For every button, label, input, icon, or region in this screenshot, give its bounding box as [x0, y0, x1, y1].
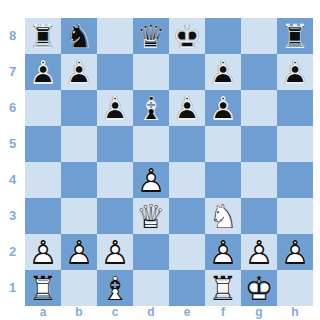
square-d7[interactable]	[133, 54, 169, 90]
file-label-b: b	[61, 306, 97, 320]
file-label-g: g	[241, 306, 277, 320]
square-e6[interactable]: ♟♙	[169, 90, 205, 126]
piece-black-pawn[interactable]: ♟	[277, 54, 313, 90]
file-label-d: d	[133, 306, 169, 320]
square-e3[interactable]	[169, 198, 205, 234]
square-g7[interactable]	[241, 54, 277, 90]
piece-black-pawn[interactable]: ♟	[25, 54, 61, 90]
square-b5[interactable]	[61, 126, 97, 162]
file-label-h: h	[277, 306, 313, 320]
square-b7[interactable]: ♟♙	[61, 54, 97, 90]
chess-board[interactable]: ♜♖♞♘♛♕♚♔♜♖♟♙♟♙♟♙♟♙♟♙♝♗♟♙♟♙♟♙♛♕♞♘♟♙♟♙♟♙♟♙…	[25, 18, 313, 306]
piece-black-pawn[interactable]: ♟	[205, 90, 241, 126]
square-h8[interactable]: ♜♖	[277, 18, 313, 54]
piece-white-pawn[interactable]: ♟	[133, 162, 169, 198]
piece-white-pawn[interactable]: ♟	[277, 234, 313, 270]
piece-black-pawn[interactable]: ♟	[169, 90, 205, 126]
piece-black-bishop[interactable]: ♝	[133, 90, 169, 126]
square-a1[interactable]: ♜♖	[25, 270, 61, 306]
square-f7[interactable]: ♟♙	[205, 54, 241, 90]
rank-label-8: 8	[0, 18, 25, 54]
rank-label-7: 7	[0, 54, 25, 90]
piece-white-king[interactable]: ♚	[241, 270, 277, 306]
square-d1[interactable]	[133, 270, 169, 306]
square-e8[interactable]: ♚♔	[169, 18, 205, 54]
square-g8[interactable]	[241, 18, 277, 54]
rank-label-5: 5	[0, 126, 25, 162]
square-b4[interactable]	[61, 162, 97, 198]
square-c2[interactable]: ♟♙	[97, 234, 133, 270]
piece-white-pawn[interactable]: ♟	[61, 234, 97, 270]
piece-black-pawn[interactable]: ♟	[205, 54, 241, 90]
rank-label-1: 1	[0, 270, 25, 306]
square-d6[interactable]: ♝♗	[133, 90, 169, 126]
square-b6[interactable]	[61, 90, 97, 126]
square-a8[interactable]: ♜♖	[25, 18, 61, 54]
square-e2[interactable]	[169, 234, 205, 270]
rank-labels: 87654321	[0, 18, 25, 306]
piece-black-queen[interactable]: ♛	[133, 18, 169, 54]
square-e4[interactable]	[169, 162, 205, 198]
square-e1[interactable]	[169, 270, 205, 306]
square-f5[interactable]	[205, 126, 241, 162]
square-c5[interactable]	[97, 126, 133, 162]
square-g6[interactable]	[241, 90, 277, 126]
square-a2[interactable]: ♟♙	[25, 234, 61, 270]
square-a4[interactable]	[25, 162, 61, 198]
rank-label-3: 3	[0, 198, 25, 234]
square-a3[interactable]	[25, 198, 61, 234]
piece-white-rook[interactable]: ♜	[25, 270, 61, 306]
square-g3[interactable]	[241, 198, 277, 234]
square-b3[interactable]	[61, 198, 97, 234]
square-g5[interactable]	[241, 126, 277, 162]
file-label-e: e	[169, 306, 205, 320]
square-c7[interactable]	[97, 54, 133, 90]
square-c3[interactable]	[97, 198, 133, 234]
square-d4[interactable]: ♟♙	[133, 162, 169, 198]
square-c6[interactable]: ♟♙	[97, 90, 133, 126]
square-h7[interactable]: ♟♙	[277, 54, 313, 90]
piece-black-pawn[interactable]: ♟	[61, 54, 97, 90]
square-f8[interactable]	[205, 18, 241, 54]
square-d8[interactable]: ♛♕	[133, 18, 169, 54]
square-c1[interactable]: ♝♗	[97, 270, 133, 306]
square-c8[interactable]	[97, 18, 133, 54]
file-label-c: c	[97, 306, 133, 320]
square-g2[interactable]: ♟♙	[241, 234, 277, 270]
piece-white-queen[interactable]: ♛	[133, 198, 169, 234]
square-b8[interactable]: ♞♘	[61, 18, 97, 54]
piece-black-pawn[interactable]: ♟	[97, 90, 133, 126]
square-a7[interactable]: ♟♙	[25, 54, 61, 90]
square-f4[interactable]	[205, 162, 241, 198]
square-b1[interactable]	[61, 270, 97, 306]
piece-white-pawn[interactable]: ♟	[205, 234, 241, 270]
rank-label-4: 4	[0, 162, 25, 198]
square-d5[interactable]	[133, 126, 169, 162]
square-h2[interactable]: ♟♙	[277, 234, 313, 270]
piece-black-rook[interactable]: ♜	[277, 18, 313, 54]
square-f6[interactable]: ♟♙	[205, 90, 241, 126]
chess-board-widget: 87654321 ♜♖♞♘♛♕♚♔♜♖♟♙♟♙♟♙♟♙♟♙♝♗♟♙♟♙♟♙♛♕♞…	[0, 0, 320, 320]
square-d2[interactable]	[133, 234, 169, 270]
rank-label-2: 2	[0, 234, 25, 270]
square-d3[interactable]: ♛♕	[133, 198, 169, 234]
square-g1[interactable]: ♚♔	[241, 270, 277, 306]
piece-white-rook[interactable]: ♜	[205, 270, 241, 306]
piece-white-pawn[interactable]: ♟	[97, 234, 133, 270]
piece-black-knight[interactable]: ♞	[61, 18, 97, 54]
square-c4[interactable]	[97, 162, 133, 198]
square-e7[interactable]	[169, 54, 205, 90]
file-labels: abcdefgh	[25, 306, 313, 320]
square-f1[interactable]: ♜♖	[205, 270, 241, 306]
square-f2[interactable]: ♟♙	[205, 234, 241, 270]
rank-label-6: 6	[0, 90, 25, 126]
piece-white-knight[interactable]: ♞	[205, 198, 241, 234]
square-e5[interactable]	[169, 126, 205, 162]
piece-white-pawn[interactable]: ♟	[25, 234, 61, 270]
piece-white-bishop[interactable]: ♝	[97, 270, 133, 306]
square-b2[interactable]: ♟♙	[61, 234, 97, 270]
square-h3[interactable]	[277, 198, 313, 234]
square-h1[interactable]	[277, 270, 313, 306]
file-label-a: a	[25, 306, 61, 320]
piece-white-pawn[interactable]: ♟	[241, 234, 277, 270]
square-h5[interactable]	[277, 126, 313, 162]
square-g4[interactable]	[241, 162, 277, 198]
square-a6[interactable]	[25, 90, 61, 126]
square-f3[interactable]: ♞♘	[205, 198, 241, 234]
square-h4[interactable]	[277, 162, 313, 198]
piece-black-king[interactable]: ♚	[169, 18, 205, 54]
file-label-f: f	[205, 306, 241, 320]
square-h6[interactable]	[277, 90, 313, 126]
square-a5[interactable]	[25, 126, 61, 162]
piece-black-rook[interactable]: ♜	[25, 18, 61, 54]
